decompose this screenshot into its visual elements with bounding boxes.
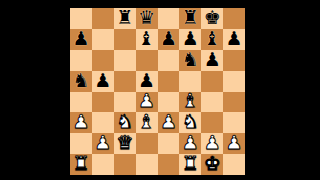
square-a6 (70, 50, 92, 71)
square-c4 (114, 92, 136, 113)
white-knight: ♞ (116, 112, 133, 131)
square-d6 (136, 50, 158, 71)
square-h7: ♟ (223, 29, 245, 50)
black-pawn: ♟ (204, 50, 221, 69)
square-f3: ♞ (179, 112, 201, 133)
square-d2 (136, 133, 158, 154)
square-h1 (223, 154, 245, 175)
square-f6: ♞ (179, 50, 201, 71)
square-f4: ♝ (179, 92, 201, 113)
square-a2 (70, 133, 92, 154)
square-e8 (158, 8, 180, 29)
square-c7 (114, 29, 136, 50)
screenshot-frame: ♜♛♜♚♟♝♟♟♝♟♞♟♞♟♟♟♝♟♞♝♟♞♟♛♟♟♟♜♜♚ (0, 0, 320, 180)
white-bishop: ♝ (138, 112, 155, 131)
black-pawn: ♟ (94, 71, 111, 90)
square-f8: ♜ (179, 8, 201, 29)
chess-board: ♜♛♜♚♟♝♟♟♝♟♞♟♞♟♟♟♝♟♞♝♟♞♟♛♟♟♟♜♜♚ (70, 8, 245, 175)
square-b2: ♟ (92, 133, 114, 154)
square-g3 (201, 112, 223, 133)
square-b7 (92, 29, 114, 50)
square-e3: ♟ (158, 112, 180, 133)
square-b6 (92, 50, 114, 71)
square-e2 (158, 133, 180, 154)
square-d3: ♝ (136, 112, 158, 133)
black-bar-right (245, 0, 320, 180)
white-pawn: ♟ (72, 112, 89, 131)
square-b4 (92, 92, 114, 113)
square-e7: ♟ (158, 29, 180, 50)
white-rook: ♜ (182, 154, 199, 173)
black-knight: ♞ (72, 71, 89, 90)
black-rook: ♜ (182, 8, 199, 27)
square-b5: ♟ (92, 71, 114, 92)
square-c2: ♛ (114, 133, 136, 154)
white-rook: ♜ (72, 154, 89, 173)
square-c6 (114, 50, 136, 71)
square-e6 (158, 50, 180, 71)
square-a4 (70, 92, 92, 113)
square-a8 (70, 8, 92, 29)
square-a3: ♟ (70, 112, 92, 133)
black-pawn: ♟ (226, 29, 243, 48)
square-h3 (223, 112, 245, 133)
white-pawn: ♟ (138, 92, 155, 111)
square-d4: ♟ (136, 92, 158, 113)
square-g1: ♚ (201, 154, 223, 175)
white-pawn: ♟ (94, 133, 111, 152)
square-g8: ♚ (201, 8, 223, 29)
square-h6 (223, 50, 245, 71)
square-e4 (158, 92, 180, 113)
black-rook: ♜ (116, 8, 133, 27)
white-king: ♚ (204, 154, 221, 173)
square-a1: ♜ (70, 154, 92, 175)
square-h8 (223, 8, 245, 29)
black-pawn: ♟ (138, 71, 155, 90)
square-f7: ♟ (179, 29, 201, 50)
square-c1 (114, 154, 136, 175)
square-h2: ♟ (223, 133, 245, 154)
square-f5 (179, 71, 201, 92)
white-pawn: ♟ (204, 133, 221, 152)
square-a5: ♞ (70, 71, 92, 92)
square-g2: ♟ (201, 133, 223, 154)
black-bishop: ♝ (138, 29, 155, 48)
black-pawn: ♟ (182, 29, 199, 48)
square-c5 (114, 71, 136, 92)
square-b8 (92, 8, 114, 29)
square-a7: ♟ (70, 29, 92, 50)
black-bishop: ♝ (204, 29, 221, 48)
square-f2: ♟ (179, 133, 201, 154)
square-g6: ♟ (201, 50, 223, 71)
square-b1 (92, 154, 114, 175)
square-c8: ♜ (114, 8, 136, 29)
white-pawn: ♟ (226, 133, 243, 152)
square-g4 (201, 92, 223, 113)
black-pawn: ♟ (160, 29, 177, 48)
black-knight: ♞ (182, 50, 199, 69)
black-king: ♚ (204, 8, 221, 27)
white-pawn: ♟ (182, 133, 199, 152)
white-queen: ♛ (116, 133, 133, 152)
white-knight: ♞ (182, 112, 199, 131)
square-d5: ♟ (136, 71, 158, 92)
square-d1 (136, 154, 158, 175)
square-h4 (223, 92, 245, 113)
square-c3: ♞ (114, 112, 136, 133)
square-h5 (223, 71, 245, 92)
square-d7: ♝ (136, 29, 158, 50)
square-d8: ♛ (136, 8, 158, 29)
square-g7: ♝ (201, 29, 223, 50)
white-pawn: ♟ (160, 112, 177, 131)
square-b3 (92, 112, 114, 133)
square-e1 (158, 154, 180, 175)
black-bar-left (0, 0, 70, 180)
square-f1: ♜ (179, 154, 201, 175)
square-e5 (158, 71, 180, 92)
black-pawn: ♟ (72, 29, 89, 48)
square-g5 (201, 71, 223, 92)
black-queen: ♛ (138, 8, 155, 27)
white-bishop: ♝ (182, 92, 199, 111)
